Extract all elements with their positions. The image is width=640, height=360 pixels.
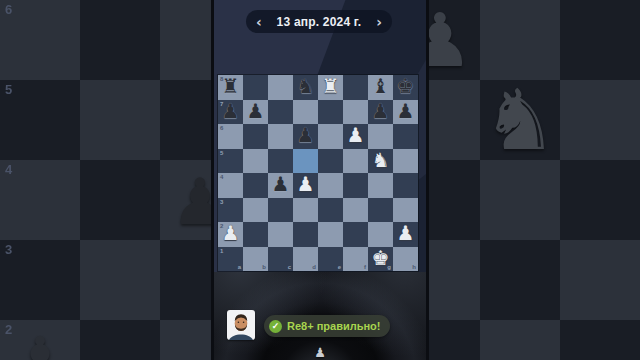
square-c6[interactable] <box>268 124 293 149</box>
background-square <box>480 160 560 240</box>
square-h6[interactable] <box>393 124 418 149</box>
puzzle-app-column: ‹ 13 апр. 2024 г. › 8♜♞♜♝♚7♟♟♟♟6♟♟5♞4♟♟3… <box>211 0 429 360</box>
square-a8[interactable]: 8♜ <box>218 75 243 100</box>
square-d4[interactable]: ♟ <box>293 173 318 198</box>
square-b4[interactable] <box>243 173 268 198</box>
background-rank-label: 3 <box>5 243 12 256</box>
piece-black-rook: ♜ <box>222 76 240 96</box>
background-square: 4 <box>0 160 80 240</box>
square-c8[interactable] <box>268 75 293 100</box>
square-b7[interactable]: ♟ <box>243 100 268 125</box>
square-c7[interactable] <box>268 100 293 125</box>
background-square <box>480 240 560 320</box>
square-h2[interactable]: ♟ <box>393 222 418 247</box>
square-e3[interactable] <box>318 198 343 223</box>
square-h5[interactable] <box>393 149 418 174</box>
square-f7[interactable] <box>343 100 368 125</box>
pawn-icon: ♟ <box>314 346 326 359</box>
chevron-left-icon[interactable]: ‹ <box>256 15 262 29</box>
piece-white-pawn: ♟ <box>222 223 240 243</box>
background-square <box>560 240 640 320</box>
piece-black-knight: ♞ <box>297 76 315 96</box>
background-rank-label: 4 <box>5 163 12 176</box>
avatar <box>227 310 255 340</box>
piece-white-rook: ♜ <box>322 76 340 96</box>
rank-label: 5 <box>220 150 223 156</box>
background-square <box>80 160 160 240</box>
piece-black-king: ♚ <box>397 76 415 96</box>
background-rank-label: 6 <box>5 3 12 16</box>
square-g8[interactable]: ♝ <box>368 75 393 100</box>
file-label: f <box>364 264 366 270</box>
square-e4[interactable] <box>318 173 343 198</box>
rank-label: 1 <box>220 248 223 254</box>
background-square <box>480 320 560 360</box>
piece-white-pawn: ♟ <box>297 174 315 194</box>
file-label: e <box>338 264 341 270</box>
square-g3[interactable] <box>368 198 393 223</box>
square-b6[interactable] <box>243 124 268 149</box>
square-c3[interactable] <box>268 198 293 223</box>
file-label: a <box>238 264 241 270</box>
square-f2[interactable] <box>343 222 368 247</box>
puzzle-board[interactable]: 8♜♞♜♝♚7♟♟♟♟6♟♟5♞4♟♟32♟♟1abcdefg♚h <box>218 75 418 271</box>
square-d2[interactable] <box>293 222 318 247</box>
piece-black-pawn: ♟ <box>247 101 265 121</box>
background-square <box>80 240 160 320</box>
background-square <box>480 0 560 80</box>
piece-white-pawn: ♟ <box>397 223 415 243</box>
square-b2[interactable] <box>243 222 268 247</box>
square-f1[interactable]: f <box>343 247 368 272</box>
square-b5[interactable] <box>243 149 268 174</box>
square-e2[interactable] <box>318 222 343 247</box>
piece-black-pawn: ♟ <box>372 101 390 121</box>
success-toast: ✓ Re8+ правильно! <box>264 315 390 337</box>
square-f3[interactable] <box>343 198 368 223</box>
square-h3[interactable] <box>393 198 418 223</box>
chevron-right-icon[interactable]: › <box>376 15 382 29</box>
piece-black-pawn: ♟ <box>297 125 315 145</box>
background-square: 6 <box>0 0 80 80</box>
background-square <box>560 320 640 360</box>
rank-label: 4 <box>220 174 223 180</box>
file-label: b <box>262 264 266 270</box>
rank-label: 3 <box>220 199 223 205</box>
piece-white-pawn: ♟ <box>347 125 365 145</box>
square-d6[interactable]: ♟ <box>293 124 318 149</box>
square-g1[interactable]: g♚ <box>368 247 393 272</box>
check-icon: ✓ <box>269 320 282 333</box>
background-square <box>80 320 160 360</box>
square-g2[interactable] <box>368 222 393 247</box>
piece-black-pawn: ♟ <box>272 174 290 194</box>
background-square <box>560 0 640 80</box>
square-h7[interactable]: ♟ <box>393 100 418 125</box>
square-c2[interactable] <box>268 222 293 247</box>
square-g6[interactable] <box>368 124 393 149</box>
background-square: 5 <box>0 80 80 160</box>
square-e1[interactable]: e <box>318 247 343 272</box>
piece-black-pawn: ♟ <box>222 101 240 121</box>
square-d1[interactable]: d <box>293 247 318 272</box>
date-navigation: ‹ 13 апр. 2024 г. › <box>246 10 392 33</box>
file-label: c <box>288 264 291 270</box>
square-h1[interactable]: h <box>393 247 418 272</box>
square-f6[interactable]: ♟ <box>343 124 368 149</box>
square-h8[interactable]: ♚ <box>393 75 418 100</box>
square-c1[interactable]: c <box>268 247 293 272</box>
square-e7[interactable] <box>318 100 343 125</box>
background-square: 3 <box>0 240 80 320</box>
background-piece-pawn-bottom-left: ♟ <box>0 320 80 360</box>
square-b3[interactable] <box>243 198 268 223</box>
square-c5[interactable] <box>268 149 293 174</box>
piece-white-knight: ♞ <box>372 150 390 170</box>
toast-label: Re8+ правильно! <box>287 320 380 332</box>
file-label: d <box>312 264 316 270</box>
background-piece-knight-right: ♞ <box>480 80 560 160</box>
piece-white-king: ♚ <box>372 248 390 268</box>
background-square <box>80 80 160 160</box>
square-g4[interactable] <box>368 173 393 198</box>
date-label: 13 апр. 2024 г. <box>277 15 362 29</box>
square-a3[interactable]: 3 <box>218 198 243 223</box>
square-a1[interactable]: 1a <box>218 247 243 272</box>
square-c4[interactable]: ♟ <box>268 173 293 198</box>
square-d7[interactable] <box>293 100 318 125</box>
square-g7[interactable]: ♟ <box>368 100 393 125</box>
piece-black-pawn: ♟ <box>397 101 415 121</box>
square-a7[interactable]: 7♟ <box>218 100 243 125</box>
square-b1[interactable]: b <box>243 247 268 272</box>
file-label: h <box>412 264 416 270</box>
square-f4[interactable] <box>343 173 368 198</box>
square-d3[interactable] <box>293 198 318 223</box>
square-e5[interactable] <box>318 149 343 174</box>
piece-black-bishop: ♝ <box>372 76 390 96</box>
square-f8[interactable] <box>343 75 368 100</box>
square-d5[interactable] <box>293 149 318 174</box>
square-a2[interactable]: 2♟ <box>218 222 243 247</box>
background-square <box>80 0 160 80</box>
square-e6[interactable] <box>318 124 343 149</box>
square-h4[interactable] <box>393 173 418 198</box>
square-a5[interactable]: 5 <box>218 149 243 174</box>
square-g5[interactable]: ♞ <box>368 149 393 174</box>
square-a4[interactable]: 4 <box>218 173 243 198</box>
square-f5[interactable] <box>343 149 368 174</box>
square-b8[interactable] <box>243 75 268 100</box>
background-square <box>560 160 640 240</box>
square-e8[interactable]: ♜ <box>318 75 343 100</box>
background-rank-label: 5 <box>5 83 12 96</box>
square-d8[interactable]: ♞ <box>293 75 318 100</box>
background-square <box>560 80 640 160</box>
square-a6[interactable]: 6 <box>218 124 243 149</box>
rank-label: 6 <box>220 125 223 131</box>
